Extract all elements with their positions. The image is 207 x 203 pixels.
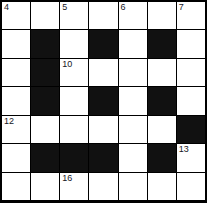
- cell-r6c6: [148, 144, 176, 171]
- cell-r4c6: [148, 87, 176, 114]
- cell-r5c3[interactable]: [60, 116, 88, 143]
- clue-number: 12: [4, 116, 14, 127]
- cell-r7c6[interactable]: [148, 173, 176, 200]
- cell-r7c2[interactable]: [31, 173, 59, 200]
- cell-r6c4: [89, 144, 117, 171]
- cell-r2c7[interactable]: [177, 30, 205, 57]
- cell-r7c4[interactable]: [89, 173, 117, 200]
- cell-r3c3[interactable]: 10: [60, 59, 88, 86]
- clue-number: 5: [62, 2, 67, 13]
- cell-r3c4[interactable]: [89, 59, 117, 86]
- cell-r2c6: [148, 30, 176, 57]
- clue-number: 10: [62, 59, 72, 70]
- cell-r7c1[interactable]: [2, 173, 30, 200]
- cell-r6c5[interactable]: [119, 144, 147, 171]
- cell-r6c3: [60, 144, 88, 171]
- cell-r5c7: [177, 116, 205, 143]
- cell-r4c1[interactable]: [2, 87, 30, 114]
- clue-number: 4: [4, 2, 9, 13]
- cell-r4c5[interactable]: [119, 87, 147, 114]
- cell-r3c7[interactable]: [177, 59, 205, 86]
- cell-r3c1[interactable]: [2, 59, 30, 86]
- cell-r5c1[interactable]: 12: [2, 116, 30, 143]
- crossword-puzzle: 456710121316: [0, 0, 207, 203]
- clue-number: 6: [121, 2, 126, 13]
- clue-number: 7: [179, 2, 184, 13]
- cell-r3c5[interactable]: [119, 59, 147, 86]
- cell-r1c1[interactable]: 4: [2, 2, 30, 29]
- cell-r5c6[interactable]: [148, 116, 176, 143]
- clue-number: 16: [62, 173, 72, 184]
- cell-r1c4[interactable]: [89, 2, 117, 29]
- cell-r2c1[interactable]: [2, 30, 30, 57]
- cell-r4c4: [89, 87, 117, 114]
- cell-r2c4: [89, 30, 117, 57]
- cell-r5c2[interactable]: [31, 116, 59, 143]
- clue-number: 13: [179, 144, 189, 155]
- cell-r1c2[interactable]: [31, 2, 59, 29]
- cell-r7c5[interactable]: [119, 173, 147, 200]
- cell-r4c3[interactable]: [60, 87, 88, 114]
- cell-r4c7[interactable]: [177, 87, 205, 114]
- cell-r1c3[interactable]: 5: [60, 2, 88, 29]
- cell-r6c1[interactable]: [2, 144, 30, 171]
- crossword-grid: 456710121316: [0, 0, 207, 203]
- cell-r7c7[interactable]: [177, 173, 205, 200]
- cell-r1c6[interactable]: [148, 2, 176, 29]
- cell-r2c3[interactable]: [60, 30, 88, 57]
- cell-r5c5[interactable]: [119, 116, 147, 143]
- cell-r4c2: [31, 87, 59, 114]
- cell-r2c2: [31, 30, 59, 57]
- cell-r6c2: [31, 144, 59, 171]
- cell-r6c7[interactable]: 13: [177, 144, 205, 171]
- cell-r7c3[interactable]: 16: [60, 173, 88, 200]
- cell-r5c4[interactable]: [89, 116, 117, 143]
- cell-r2c5[interactable]: [119, 30, 147, 57]
- cell-r3c6[interactable]: [148, 59, 176, 86]
- cell-r1c7[interactable]: 7: [177, 2, 205, 29]
- cell-r1c5[interactable]: 6: [119, 2, 147, 29]
- cell-r3c2: [31, 59, 59, 86]
